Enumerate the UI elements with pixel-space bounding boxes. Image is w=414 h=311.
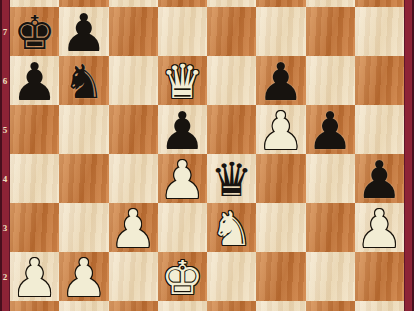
- white-pawn-h3: ♟: [356, 203, 403, 255]
- rank-label-7: 7: [0, 26, 10, 38]
- black-pawn-b7: ♟: [61, 7, 108, 59]
- square-c2: [109, 252, 158, 301]
- square-g8: [306, 0, 355, 7]
- square-g2: [306, 252, 355, 301]
- square-c4: [109, 154, 158, 203]
- square-a2: ♟: [10, 252, 59, 301]
- square-g4: [306, 154, 355, 203]
- white-pawn-d4: ♟: [159, 154, 206, 206]
- square-g6: [306, 56, 355, 105]
- square-h7: [355, 7, 404, 56]
- rank-label-4: 4: [0, 173, 10, 185]
- square-f6: ♟: [256, 56, 305, 105]
- square-d4: ♟: [158, 154, 207, 203]
- square-d8: [158, 0, 207, 7]
- black-knight-b6: ♞: [63, 58, 105, 105]
- square-b7: ♟: [59, 7, 108, 56]
- square-e4: ♛: [207, 154, 256, 203]
- square-f3: [256, 203, 305, 252]
- black-king-a7: ♚: [14, 9, 56, 56]
- square-d7: [158, 7, 207, 56]
- square-d2: ♚: [158, 252, 207, 301]
- square-c6: [109, 56, 158, 105]
- frame-edge-left: [0, 0, 2, 311]
- square-h4: ♟: [355, 154, 404, 203]
- rank-label-6: 6: [0, 75, 10, 87]
- square-c1: [109, 301, 158, 311]
- white-pawn-f5: ♟: [258, 105, 305, 157]
- white-king-d2: ♚: [161, 254, 203, 301]
- square-c8: [109, 0, 158, 7]
- square-b4: [59, 154, 108, 203]
- square-a5: [10, 105, 59, 154]
- square-h6: [355, 56, 404, 105]
- square-a3: [10, 203, 59, 252]
- square-b1: [59, 301, 108, 311]
- white-pawn-c3: ♟: [110, 203, 157, 255]
- square-c7: [109, 7, 158, 56]
- square-a7: ♚: [10, 7, 59, 56]
- square-f5: ♟: [256, 105, 305, 154]
- square-c5: [109, 105, 158, 154]
- square-b5: [59, 105, 108, 154]
- white-pawn-a2: ♟: [11, 252, 58, 304]
- square-d3: [158, 203, 207, 252]
- rank-label-2: 2: [0, 271, 10, 283]
- square-g7: [306, 7, 355, 56]
- square-h3: ♟: [355, 203, 404, 252]
- square-c3: ♟: [109, 203, 158, 252]
- board-grid: ♚♟♟♞♛♟♟♟♟♟♛♟♟♞♟♟♟♚: [10, 0, 404, 311]
- square-g3: [306, 203, 355, 252]
- square-f8: [256, 0, 305, 7]
- black-pawn-g5: ♟: [307, 105, 354, 157]
- square-h2: [355, 252, 404, 301]
- chess-board: ♚♟♟♞♛♟♟♟♟♟♛♟♟♞♟♟♟♚: [10, 0, 404, 311]
- square-h1: [355, 301, 404, 311]
- square-f4: [256, 154, 305, 203]
- square-f7: [256, 7, 305, 56]
- square-b3: [59, 203, 108, 252]
- square-a4: [10, 154, 59, 203]
- square-a6: ♟: [10, 56, 59, 105]
- square-g1: [306, 301, 355, 311]
- black-pawn-a6: ♟: [11, 56, 58, 108]
- square-e5: [207, 105, 256, 154]
- black-queen-e4: ♛: [211, 156, 253, 203]
- square-a1: [10, 301, 59, 311]
- square-f2: [256, 252, 305, 301]
- square-b2: ♟: [59, 252, 108, 301]
- square-h8: [355, 0, 404, 7]
- square-b6: ♞: [59, 56, 108, 105]
- square-e6: [207, 56, 256, 105]
- square-e1: [207, 301, 256, 311]
- square-e8: [207, 0, 256, 7]
- rank-label-5: 5: [0, 124, 10, 136]
- white-queen-d6: ♛: [161, 58, 203, 105]
- frame-inner-line-left: [9, 0, 10, 311]
- frame-inner-line-right: [404, 0, 405, 311]
- square-e2: [207, 252, 256, 301]
- square-h5: [355, 105, 404, 154]
- square-e7: [207, 7, 256, 56]
- square-d5: ♟: [158, 105, 207, 154]
- white-knight-e3: ♞: [211, 205, 253, 252]
- square-d1: [158, 301, 207, 311]
- square-f1: [256, 301, 305, 311]
- square-e3: ♞: [207, 203, 256, 252]
- chess-diagram: ♚♟♟♞♛♟♟♟♟♟♛♟♟♞♟♟♟♚ 765432: [0, 0, 414, 311]
- square-d6: ♛: [158, 56, 207, 105]
- white-pawn-b2: ♟: [61, 252, 108, 304]
- rank-label-3: 3: [0, 222, 10, 234]
- square-g5: ♟: [306, 105, 355, 154]
